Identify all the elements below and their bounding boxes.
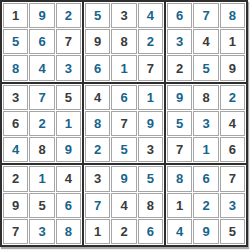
box-8: 395748126 [84, 165, 164, 245]
cell-r7c8[interactable]: 6 [193, 166, 218, 191]
cell-r9c9[interactable]: 5 [220, 219, 245, 244]
cell-r3c7[interactable]: 2 [167, 55, 192, 80]
cell-r9c1[interactable]: 7 [3, 219, 28, 244]
cell-r1c5[interactable]: 3 [111, 3, 136, 28]
cell-r6c8[interactable]: 1 [193, 137, 218, 162]
cell-r6c1[interactable]: 4 [3, 137, 28, 162]
cell-r1c6[interactable]: 4 [138, 3, 163, 28]
cell-r8c7[interactable]: 1 [167, 193, 192, 218]
cell-r2c1[interactable]: 5 [3, 29, 28, 54]
cell-r9c8[interactable]: 9 [193, 219, 218, 244]
cell-r5c9[interactable]: 4 [220, 111, 245, 136]
cell-r4c2[interactable]: 7 [29, 85, 54, 110]
box-5: 461879253 [84, 84, 164, 164]
cell-r9c4[interactable]: 1 [85, 219, 110, 244]
cell-r8c3[interactable]: 6 [56, 193, 81, 218]
cell-r8c1[interactable]: 9 [3, 193, 28, 218]
cell-r5c2[interactable]: 2 [29, 111, 54, 136]
box-1: 192567843 [2, 2, 82, 82]
cell-r2c2[interactable]: 6 [29, 29, 54, 54]
cell-r2c4[interactable]: 9 [85, 29, 110, 54]
cell-r9c3[interactable]: 8 [56, 219, 81, 244]
cell-r4c3[interactable]: 5 [56, 85, 81, 110]
cell-r8c4[interactable]: 7 [85, 193, 110, 218]
cell-r2c7[interactable]: 3 [167, 29, 192, 54]
cell-r6c6[interactable]: 3 [138, 137, 163, 162]
cell-r7c3[interactable]: 4 [56, 166, 81, 191]
cell-r2c3[interactable]: 7 [56, 29, 81, 54]
cell-r6c4[interactable]: 2 [85, 137, 110, 162]
cell-r6c3[interactable]: 9 [56, 137, 81, 162]
cell-r5c4[interactable]: 8 [85, 111, 110, 136]
cell-r5c5[interactable]: 7 [111, 111, 136, 136]
cell-r1c9[interactable]: 8 [220, 3, 245, 28]
cell-r3c1[interactable]: 8 [3, 55, 28, 80]
box-9: 867123495 [166, 165, 246, 245]
cell-r7c9[interactable]: 7 [220, 166, 245, 191]
cell-r9c7[interactable]: 4 [167, 219, 192, 244]
cell-r1c1[interactable]: 1 [3, 3, 28, 28]
cell-r2c5[interactable]: 8 [111, 29, 136, 54]
cell-r1c2[interactable]: 9 [29, 3, 54, 28]
cell-r2c8[interactable]: 4 [193, 29, 218, 54]
cell-r7c6[interactable]: 5 [138, 166, 163, 191]
cell-r9c6[interactable]: 6 [138, 219, 163, 244]
cell-r4c5[interactable]: 6 [111, 85, 136, 110]
cell-r6c2[interactable]: 8 [29, 137, 54, 162]
cell-r3c2[interactable]: 4 [29, 55, 54, 80]
cell-r9c2[interactable]: 3 [29, 219, 54, 244]
cell-r3c8[interactable]: 5 [193, 55, 218, 80]
cell-r4c9[interactable]: 2 [220, 85, 245, 110]
cell-r3c4[interactable]: 6 [85, 55, 110, 80]
box-3: 678341259 [166, 2, 246, 82]
cell-r7c1[interactable]: 2 [3, 166, 28, 191]
cell-r9c5[interactable]: 2 [111, 219, 136, 244]
box-6: 982534716 [166, 84, 246, 164]
cell-r3c5[interactable]: 1 [111, 55, 136, 80]
cell-r4c1[interactable]: 3 [3, 85, 28, 110]
box-7: 214956738 [2, 165, 82, 245]
cell-r5c8[interactable]: 3 [193, 111, 218, 136]
cell-r4c4[interactable]: 4 [85, 85, 110, 110]
cell-r8c5[interactable]: 4 [111, 193, 136, 218]
cell-r7c7[interactable]: 8 [167, 166, 192, 191]
cell-r3c9[interactable]: 9 [220, 55, 245, 80]
cell-r1c8[interactable]: 7 [193, 3, 218, 28]
cell-r6c7[interactable]: 7 [167, 137, 192, 162]
cell-r5c1[interactable]: 6 [3, 111, 28, 136]
cell-r5c6[interactable]: 9 [138, 111, 163, 136]
cell-r3c6[interactable]: 7 [138, 55, 163, 80]
cell-r5c3[interactable]: 1 [56, 111, 81, 136]
cell-r8c2[interactable]: 5 [29, 193, 54, 218]
cell-r2c6[interactable]: 2 [138, 29, 163, 54]
cell-r5c7[interactable]: 5 [167, 111, 192, 136]
cell-r1c4[interactable]: 5 [85, 3, 110, 28]
cell-r1c7[interactable]: 6 [167, 3, 192, 28]
cell-r6c5[interactable]: 5 [111, 137, 136, 162]
cell-r1c3[interactable]: 2 [56, 3, 81, 28]
cell-r2c9[interactable]: 1 [220, 29, 245, 54]
sudoku-board: 1925678435349826176783412593756214894618… [0, 0, 248, 247]
box-4: 375621489 [2, 84, 82, 164]
cell-r8c6[interactable]: 8 [138, 193, 163, 218]
cell-r7c2[interactable]: 1 [29, 166, 54, 191]
cell-r4c7[interactable]: 9 [167, 85, 192, 110]
box-2: 534982617 [84, 2, 164, 82]
cell-r4c8[interactable]: 8 [193, 85, 218, 110]
cell-r8c9[interactable]: 3 [220, 193, 245, 218]
cell-r4c6[interactable]: 1 [138, 85, 163, 110]
cell-r6c9[interactable]: 6 [220, 137, 245, 162]
cell-r7c5[interactable]: 9 [111, 166, 136, 191]
cell-r3c3[interactable]: 3 [56, 55, 81, 80]
cell-r7c4[interactable]: 3 [85, 166, 110, 191]
cell-r8c8[interactable]: 2 [193, 193, 218, 218]
